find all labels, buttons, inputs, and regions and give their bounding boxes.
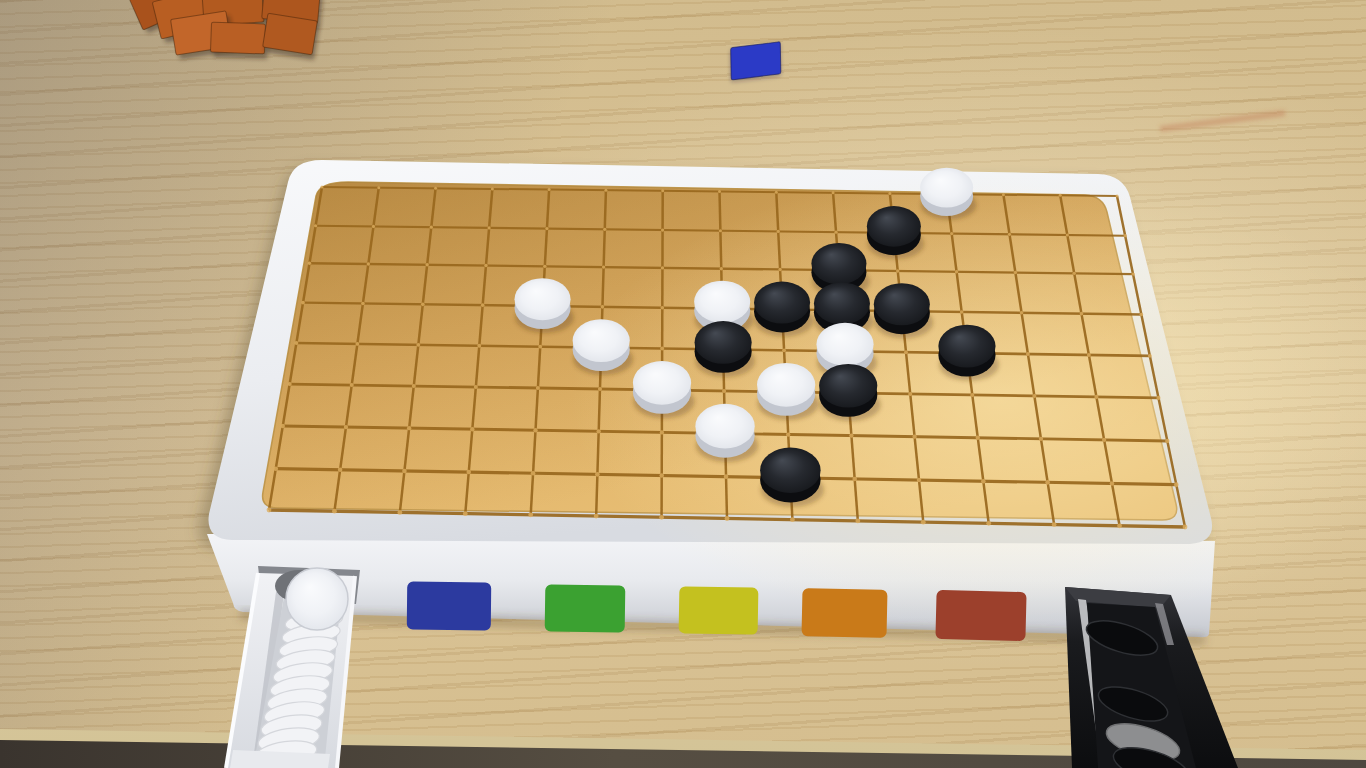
blue-tile[interactable]: [730, 42, 780, 82]
front-color-chip-yellow: [679, 586, 759, 634]
blue-tile-face: [731, 42, 781, 80]
orange-tile[interactable]: [263, 13, 318, 54]
wood-grain-streak: [1160, 113, 1285, 129]
tray-top-cap: [286, 568, 348, 630]
front-color-chip-green: [545, 584, 626, 632]
scene-overlay: [0, 0, 1366, 768]
front-color-chip-orange: [802, 588, 888, 638]
table-scene: { "game": { "name": "Gomoku (five-in-a-r…: [0, 0, 1366, 768]
front-color-chip-maroon: [935, 590, 1026, 641]
black-stone-dispenser[interactable]: [1065, 587, 1238, 768]
orange-tile[interactable]: [210, 22, 265, 54]
orange-tile-pile[interactable]: [129, 0, 323, 60]
front-color-chip-blue: [407, 582, 491, 631]
